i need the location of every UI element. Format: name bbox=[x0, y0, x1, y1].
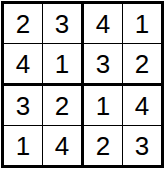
cell-r3c1[interactable]: 3 bbox=[4, 86, 43, 126]
cell-r4c3[interactable]: 2 bbox=[84, 126, 123, 165]
sudoku-board: 2341413232141423 bbox=[1, 1, 164, 168]
cell-r3c3[interactable]: 1 bbox=[84, 86, 123, 126]
cell-r3c2[interactable]: 2 bbox=[43, 86, 84, 126]
cell-r1c4[interactable]: 1 bbox=[123, 4, 161, 44]
cell-r1c3[interactable]: 4 bbox=[84, 4, 123, 44]
cell-r2c4[interactable]: 2 bbox=[123, 44, 161, 86]
cell-r2c3[interactable]: 3 bbox=[84, 44, 123, 86]
cell-r4c2[interactable]: 4 bbox=[43, 126, 84, 165]
cell-r1c2[interactable]: 3 bbox=[43, 4, 84, 44]
cell-r1c1[interactable]: 2 bbox=[4, 4, 43, 44]
cell-r2c2[interactable]: 1 bbox=[43, 44, 84, 86]
cell-r4c4[interactable]: 3 bbox=[123, 126, 161, 165]
cell-r4c1[interactable]: 1 bbox=[4, 126, 43, 165]
cell-r3c4[interactable]: 4 bbox=[123, 86, 161, 126]
cell-r2c1[interactable]: 4 bbox=[4, 44, 43, 86]
